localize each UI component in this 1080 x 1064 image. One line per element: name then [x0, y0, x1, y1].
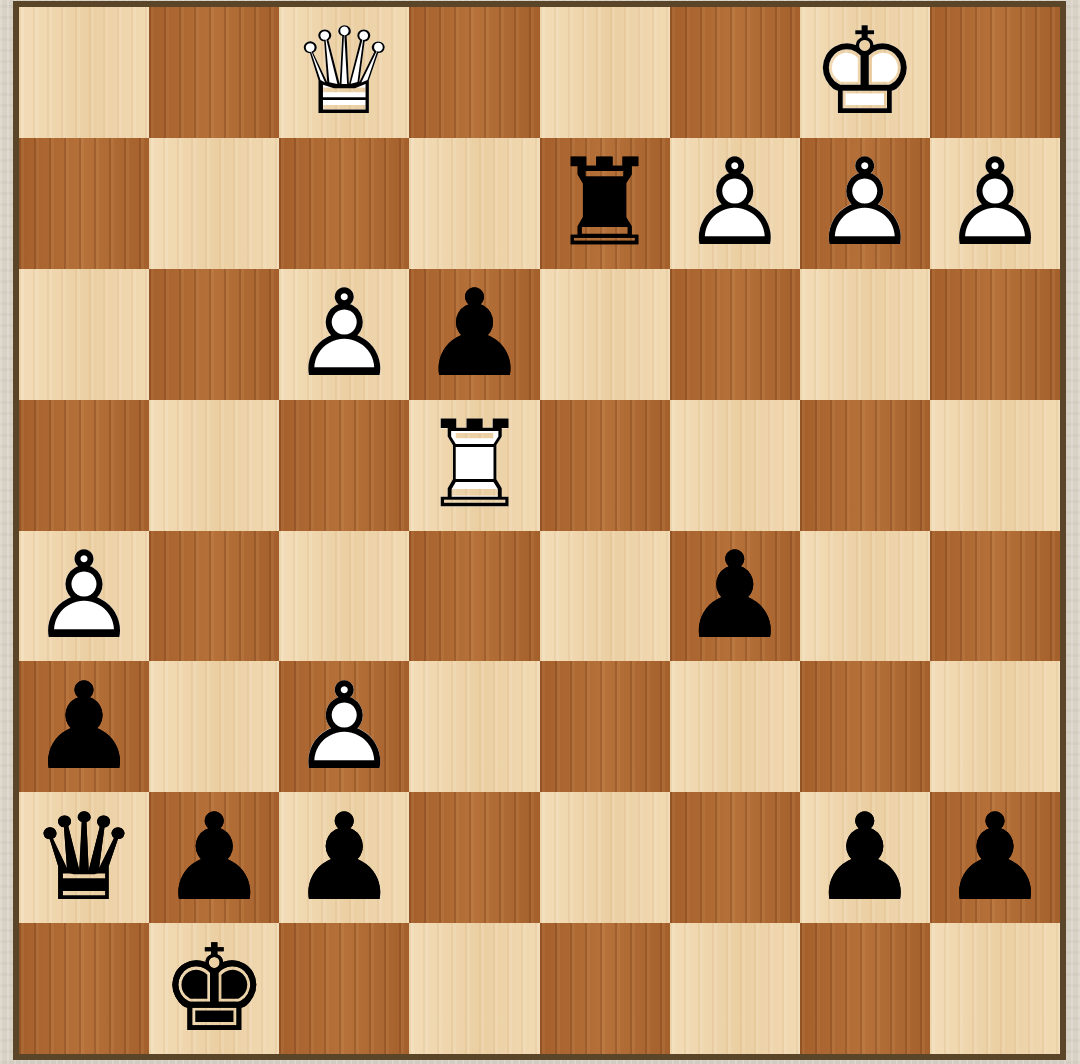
square-a6[interactable]	[19, 269, 149, 400]
square-f8[interactable]	[670, 7, 800, 138]
black-queen-outline-glyph: ♕	[19, 792, 149, 923]
square-a2[interactable]: ♛♕	[19, 792, 149, 923]
square-c5[interactable]	[279, 400, 409, 531]
square-g1[interactable]	[800, 923, 930, 1054]
black-pawn-outline-glyph: ♙	[409, 269, 539, 400]
square-e7[interactable]: ♜♖	[540, 138, 670, 269]
square-c3[interactable]: ♟♙	[279, 661, 409, 792]
square-c2[interactable]: ♟♙	[279, 792, 409, 923]
square-f1[interactable]	[670, 923, 800, 1054]
square-a8[interactable]	[19, 7, 149, 138]
square-g6[interactable]	[800, 269, 930, 400]
square-b5[interactable]	[149, 400, 279, 531]
square-g5[interactable]	[800, 400, 930, 531]
square-b2[interactable]: ♟♙	[149, 792, 279, 923]
white-rook-outline-glyph: ♖	[409, 400, 539, 531]
white-pawn-outline-glyph: ♙	[279, 661, 409, 792]
page-background: ♛♕♚♔♜♖♟♙♟♙♟♙♟♙♟♙♜♖♟♙♟♙♟♙♟♙♛♕♟♙♟♙♟♙♟♙♚♔	[0, 0, 1080, 1064]
piece-black-pawn[interactable]: ♟♙	[670, 531, 800, 662]
square-c6[interactable]: ♟♙	[279, 269, 409, 400]
white-pawn-outline-glyph: ♙	[800, 138, 930, 269]
white-pawn-outline-glyph: ♙	[930, 138, 1060, 269]
square-g3[interactable]	[800, 661, 930, 792]
piece-black-pawn[interactable]: ♟♙	[930, 792, 1060, 923]
piece-black-pawn[interactable]: ♟♙	[279, 792, 409, 923]
square-d6[interactable]: ♟♙	[409, 269, 539, 400]
square-a5[interactable]	[19, 400, 149, 531]
square-g4[interactable]	[800, 531, 930, 662]
piece-black-pawn[interactable]: ♟♙	[149, 792, 279, 923]
black-pawn-outline-glyph: ♙	[800, 792, 930, 923]
square-h1[interactable]	[930, 923, 1060, 1054]
piece-black-pawn[interactable]: ♟♙	[19, 661, 149, 792]
square-h6[interactable]	[930, 269, 1060, 400]
white-pawn-outline-glyph: ♙	[19, 531, 149, 662]
square-d8[interactable]	[409, 7, 539, 138]
piece-black-king[interactable]: ♚♔	[149, 923, 279, 1054]
piece-white-pawn[interactable]: ♟♙	[670, 138, 800, 269]
square-d2[interactable]	[409, 792, 539, 923]
piece-white-pawn[interactable]: ♟♙	[930, 138, 1060, 269]
square-h3[interactable]	[930, 661, 1060, 792]
square-c1[interactable]	[279, 923, 409, 1054]
square-d1[interactable]	[409, 923, 539, 1054]
square-g7[interactable]: ♟♙	[800, 138, 930, 269]
square-g2[interactable]: ♟♙	[800, 792, 930, 923]
piece-white-pawn[interactable]: ♟♙	[19, 531, 149, 662]
piece-white-king[interactable]: ♚♔	[800, 7, 930, 138]
square-c7[interactable]	[279, 138, 409, 269]
square-b6[interactable]	[149, 269, 279, 400]
white-pawn-outline-glyph: ♙	[670, 138, 800, 269]
chess-board: ♛♕♚♔♜♖♟♙♟♙♟♙♟♙♟♙♜♖♟♙♟♙♟♙♟♙♛♕♟♙♟♙♟♙♟♙♚♔	[19, 7, 1060, 1054]
square-b1[interactable]: ♚♔	[149, 923, 279, 1054]
piece-black-rook[interactable]: ♜♖	[540, 138, 670, 269]
square-a4[interactable]: ♟♙	[19, 531, 149, 662]
square-e1[interactable]	[540, 923, 670, 1054]
square-f4[interactable]: ♟♙	[670, 531, 800, 662]
white-queen-outline-glyph: ♕	[279, 7, 409, 138]
square-f3[interactable]	[670, 661, 800, 792]
square-e4[interactable]	[540, 531, 670, 662]
piece-black-pawn[interactable]: ♟♙	[409, 269, 539, 400]
square-h2[interactable]: ♟♙	[930, 792, 1060, 923]
square-a3[interactable]: ♟♙	[19, 661, 149, 792]
piece-white-pawn[interactable]: ♟♙	[279, 269, 409, 400]
piece-black-pawn[interactable]: ♟♙	[800, 792, 930, 923]
square-g8[interactable]: ♚♔	[800, 7, 930, 138]
square-b4[interactable]	[149, 531, 279, 662]
piece-white-queen[interactable]: ♛♕	[279, 7, 409, 138]
square-b3[interactable]	[149, 661, 279, 792]
piece-white-pawn[interactable]: ♟♙	[800, 138, 930, 269]
square-f6[interactable]	[670, 269, 800, 400]
white-king-outline-glyph: ♔	[800, 7, 930, 138]
square-a7[interactable]	[19, 138, 149, 269]
square-d3[interactable]	[409, 661, 539, 792]
square-e8[interactable]	[540, 7, 670, 138]
square-c8[interactable]: ♛♕	[279, 7, 409, 138]
square-e3[interactable]	[540, 661, 670, 792]
square-e6[interactable]	[540, 269, 670, 400]
square-d4[interactable]	[409, 531, 539, 662]
square-f5[interactable]	[670, 400, 800, 531]
black-pawn-outline-glyph: ♙	[930, 792, 1060, 923]
square-d7[interactable]	[409, 138, 539, 269]
square-c4[interactable]	[279, 531, 409, 662]
square-h5[interactable]	[930, 400, 1060, 531]
piece-white-rook[interactable]: ♜♖	[409, 400, 539, 531]
piece-white-pawn[interactable]: ♟♙	[279, 661, 409, 792]
square-f2[interactable]	[670, 792, 800, 923]
square-f7[interactable]: ♟♙	[670, 138, 800, 269]
piece-black-queen[interactable]: ♛♕	[19, 792, 149, 923]
square-b7[interactable]	[149, 138, 279, 269]
board-frame: ♛♕♚♔♜♖♟♙♟♙♟♙♟♙♟♙♜♖♟♙♟♙♟♙♟♙♛♕♟♙♟♙♟♙♟♙♚♔	[13, 1, 1066, 1060]
square-h8[interactable]	[930, 7, 1060, 138]
square-b8[interactable]	[149, 7, 279, 138]
black-king-outline-glyph: ♔	[149, 923, 279, 1054]
black-pawn-outline-glyph: ♙	[670, 531, 800, 662]
square-e2[interactable]	[540, 792, 670, 923]
square-h4[interactable]	[930, 531, 1060, 662]
square-h7[interactable]: ♟♙	[930, 138, 1060, 269]
black-pawn-outline-glyph: ♙	[19, 661, 149, 792]
square-e5[interactable]	[540, 400, 670, 531]
square-d5[interactable]: ♜♖	[409, 400, 539, 531]
white-pawn-outline-glyph: ♙	[279, 269, 409, 400]
square-a1[interactable]	[19, 923, 149, 1054]
black-pawn-outline-glyph: ♙	[279, 792, 409, 923]
black-rook-outline-glyph: ♖	[540, 138, 670, 269]
black-pawn-outline-glyph: ♙	[149, 792, 279, 923]
